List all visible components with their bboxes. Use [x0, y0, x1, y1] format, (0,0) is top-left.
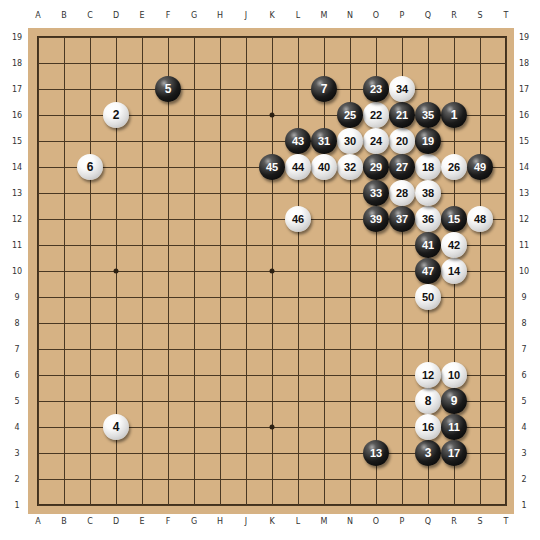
row-label-right-12: 12: [519, 215, 529, 224]
go-diagram-page: 1234567891011121314151617181920212223242…: [0, 0, 540, 540]
stone-black-31[interactable]: 31: [311, 128, 337, 154]
stone-white-26[interactable]: 26: [441, 154, 467, 180]
col-label-top-s: S: [477, 11, 482, 20]
col-label-top-a: A: [35, 11, 40, 20]
col-label-bottom-m: M: [321, 517, 328, 526]
col-label-bottom-b: B: [61, 517, 67, 526]
row-label-right-6: 6: [521, 371, 526, 380]
stone-move-number: 10: [448, 370, 460, 381]
col-label-bottom-d: D: [113, 517, 119, 526]
star-point-k16: [270, 113, 275, 118]
stone-move-number: 5: [165, 83, 172, 95]
stone-white-36[interactable]: 36: [415, 206, 441, 232]
col-label-top-q: Q: [425, 11, 431, 20]
row-label-right-15: 15: [519, 137, 529, 146]
stone-white-50[interactable]: 50: [415, 284, 441, 310]
col-label-bottom-q: Q: [425, 517, 431, 526]
stone-move-number: 25: [344, 110, 356, 121]
stone-move-number: 37: [396, 214, 408, 225]
grid-line-horizontal: [38, 323, 506, 324]
stone-move-number: 23: [370, 84, 382, 95]
row-label-left-14: 14: [12, 163, 22, 172]
stone-move-number: 13: [370, 448, 382, 459]
stone-move-number: 22: [370, 110, 382, 121]
col-label-bottom-e: E: [139, 517, 144, 526]
row-label-left-6: 6: [14, 371, 19, 380]
row-label-right-2: 2: [521, 475, 526, 484]
col-label-bottom-r: R: [451, 517, 457, 526]
stone-move-number: 17: [448, 448, 460, 459]
stone-black-39[interactable]: 39: [363, 206, 389, 232]
stone-white-38[interactable]: 38: [415, 180, 441, 206]
row-label-right-11: 11: [519, 241, 529, 250]
stone-black-21[interactable]: 21: [389, 102, 415, 128]
stone-black-25[interactable]: 25: [337, 102, 363, 128]
stone-move-number: 44: [292, 162, 304, 173]
row-label-right-13: 13: [519, 189, 529, 198]
stone-black-43[interactable]: 43: [285, 128, 311, 154]
stone-white-18[interactable]: 18: [415, 154, 441, 180]
stone-white-20[interactable]: 20: [389, 128, 415, 154]
row-label-left-15: 15: [12, 137, 22, 146]
stone-move-number: 2: [113, 109, 120, 121]
col-label-top-b: B: [61, 11, 67, 20]
stone-move-number: 8: [425, 395, 432, 407]
col-label-top-r: R: [451, 11, 457, 20]
stone-black-1[interactable]: 1: [441, 102, 467, 128]
col-label-bottom-c: C: [87, 517, 93, 526]
col-label-top-d: D: [113, 11, 119, 20]
stone-black-5[interactable]: 5: [155, 76, 181, 102]
grid-line-vertical: [298, 37, 299, 505]
row-label-left-9: 9: [14, 293, 19, 302]
stone-white-22[interactable]: 22: [363, 102, 389, 128]
col-label-top-p: P: [400, 11, 405, 20]
stone-move-number: 9: [451, 395, 458, 407]
stone-move-number: 4: [113, 421, 120, 433]
col-label-top-t: T: [504, 11, 509, 20]
stone-white-16[interactable]: 16: [415, 414, 441, 440]
col-label-top-m: M: [321, 11, 328, 20]
col-label-bottom-h: H: [217, 517, 223, 526]
stone-black-15[interactable]: 15: [441, 206, 467, 232]
row-label-right-16: 16: [519, 111, 529, 120]
stone-white-42[interactable]: 42: [441, 232, 467, 258]
grid-line-horizontal: [38, 349, 506, 350]
row-label-right-19: 19: [519, 33, 529, 42]
stone-move-number: 6: [87, 161, 94, 173]
row-label-left-5: 5: [14, 397, 19, 406]
stone-move-number: 41: [422, 240, 434, 251]
row-label-right-17: 17: [519, 85, 529, 94]
stone-white-40[interactable]: 40: [311, 154, 337, 180]
row-label-left-3: 3: [14, 449, 19, 458]
stone-move-number: 18: [422, 162, 434, 173]
stone-white-48[interactable]: 48: [467, 206, 493, 232]
row-label-left-17: 17: [12, 85, 22, 94]
stone-move-number: 16: [422, 422, 434, 433]
stone-black-49[interactable]: 49: [467, 154, 493, 180]
row-label-right-7: 7: [521, 345, 526, 354]
grid-line-vertical: [506, 37, 507, 505]
stone-move-number: 47: [422, 266, 434, 277]
stone-move-number: 39: [370, 214, 382, 225]
row-label-left-12: 12: [12, 215, 22, 224]
col-label-bottom-l: L: [296, 517, 300, 526]
stone-white-12[interactable]: 12: [415, 362, 441, 388]
row-label-left-2: 2: [14, 475, 19, 484]
stone-move-number: 27: [396, 162, 408, 173]
stone-move-number: 43: [292, 136, 304, 147]
stone-black-7[interactable]: 7: [311, 76, 337, 102]
col-label-bottom-k: K: [269, 517, 274, 526]
row-label-right-3: 3: [521, 449, 526, 458]
row-label-right-1: 1: [521, 501, 526, 510]
col-label-top-f: F: [166, 11, 171, 20]
row-label-left-16: 16: [12, 111, 22, 120]
stone-white-44[interactable]: 44: [285, 154, 311, 180]
stone-move-number: 33: [370, 188, 382, 199]
stone-black-13[interactable]: 13: [363, 440, 389, 466]
stone-black-37[interactable]: 37: [389, 206, 415, 232]
stone-black-19[interactable]: 19: [415, 128, 441, 154]
row-label-left-8: 8: [14, 319, 19, 328]
row-label-left-18: 18: [12, 59, 22, 68]
col-label-top-j: J: [245, 11, 247, 20]
row-label-right-8: 8: [521, 319, 526, 328]
stone-move-number: 21: [396, 110, 408, 121]
stone-move-number: 30: [344, 136, 356, 147]
stone-black-3[interactable]: 3: [415, 440, 441, 466]
row-label-left-13: 13: [12, 189, 22, 198]
col-label-bottom-n: N: [347, 517, 353, 526]
stone-black-29[interactable]: 29: [363, 154, 389, 180]
row-label-left-11: 11: [12, 241, 22, 250]
col-label-bottom-t: T: [504, 517, 509, 526]
star-point-k4: [270, 425, 275, 430]
col-label-bottom-j: J: [245, 517, 247, 526]
col-label-bottom-g: G: [191, 517, 197, 526]
stone-move-number: 48: [474, 214, 486, 225]
stone-move-number: 40: [318, 162, 330, 173]
stone-move-number: 3: [425, 447, 432, 459]
col-label-top-n: N: [347, 11, 353, 20]
row-label-left-19: 19: [12, 33, 22, 42]
row-label-right-9: 9: [521, 293, 526, 302]
stone-black-41[interactable]: 41: [415, 232, 441, 258]
stone-move-number: 11: [448, 422, 460, 433]
star-point-d10: [114, 269, 119, 274]
go-board[interactable]: 1234567891011121314151617181920212223242…: [28, 28, 514, 514]
grid-line-vertical: [324, 37, 325, 505]
col-label-top-k: K: [269, 11, 274, 20]
col-label-top-l: L: [296, 11, 300, 20]
stone-move-number: 20: [396, 136, 408, 147]
row-label-right-10: 10: [519, 267, 529, 276]
row-label-left-7: 7: [14, 345, 19, 354]
stone-move-number: 19: [422, 136, 434, 147]
stone-black-17[interactable]: 17: [441, 440, 467, 466]
stone-black-23[interactable]: 23: [363, 76, 389, 102]
row-label-right-5: 5: [521, 397, 526, 406]
stone-move-number: 36: [422, 214, 434, 225]
stone-move-number: 35: [422, 110, 434, 121]
row-label-left-1: 1: [14, 501, 19, 510]
stone-move-number: 24: [370, 136, 382, 147]
stone-move-number: 1: [451, 109, 458, 121]
col-label-bottom-a: A: [35, 517, 40, 526]
row-label-right-4: 4: [521, 423, 526, 432]
col-label-top-h: H: [217, 11, 223, 20]
stone-move-number: 31: [318, 136, 330, 147]
stone-black-9[interactable]: 9: [441, 388, 467, 414]
stone-white-30[interactable]: 30: [337, 128, 363, 154]
stone-move-number: 15: [448, 214, 460, 225]
stone-black-35[interactable]: 35: [415, 102, 441, 128]
stone-move-number: 38: [422, 188, 434, 199]
stone-white-2[interactable]: 2: [103, 102, 129, 128]
grid-line-horizontal: [38, 479, 506, 480]
col-label-top-g: G: [191, 11, 197, 20]
stone-white-32[interactable]: 32: [337, 154, 363, 180]
stone-move-number: 26: [448, 162, 460, 173]
stone-move-number: 14: [448, 266, 460, 277]
stone-black-33[interactable]: 33: [363, 180, 389, 206]
row-label-left-4: 4: [14, 423, 19, 432]
col-label-top-c: C: [87, 11, 93, 20]
stone-white-14[interactable]: 14: [441, 258, 467, 284]
stone-move-number: 28: [396, 188, 408, 199]
stone-white-10[interactable]: 10: [441, 362, 467, 388]
stone-move-number: 29: [370, 162, 382, 173]
stone-black-27[interactable]: 27: [389, 154, 415, 180]
row-label-right-14: 14: [519, 163, 529, 172]
star-point-k10: [270, 269, 275, 274]
row-label-right-18: 18: [519, 59, 529, 68]
stone-black-47[interactable]: 47: [415, 258, 441, 284]
stone-white-4[interactable]: 4: [103, 414, 129, 440]
stone-move-number: 7: [321, 83, 328, 95]
stone-white-34[interactable]: 34: [389, 76, 415, 102]
stone-move-number: 46: [292, 214, 304, 225]
col-label-bottom-p: P: [400, 517, 405, 526]
stone-black-11[interactable]: 11: [441, 414, 467, 440]
stone-move-number: 34: [396, 84, 408, 95]
grid-line-vertical: [480, 37, 481, 505]
stone-white-24[interactable]: 24: [363, 128, 389, 154]
col-label-bottom-o: O: [373, 517, 379, 526]
stone-white-28[interactable]: 28: [389, 180, 415, 206]
stone-move-number: 32: [344, 162, 356, 173]
col-label-bottom-f: F: [166, 517, 171, 526]
stone-move-number: 50: [422, 292, 434, 303]
stone-white-6[interactable]: 6: [77, 154, 103, 180]
col-label-top-o: O: [373, 11, 379, 20]
stone-move-number: 49: [474, 162, 486, 173]
stone-move-number: 42: [448, 240, 460, 251]
stone-black-45[interactable]: 45: [259, 154, 285, 180]
stone-white-46[interactable]: 46: [285, 206, 311, 232]
row-label-left-10: 10: [12, 267, 22, 276]
stone-move-number: 12: [422, 370, 434, 381]
col-label-bottom-s: S: [477, 517, 482, 526]
col-label-top-e: E: [139, 11, 144, 20]
grid-line-horizontal: [38, 505, 506, 506]
stone-move-number: 45: [266, 162, 278, 173]
stone-white-8[interactable]: 8: [415, 388, 441, 414]
